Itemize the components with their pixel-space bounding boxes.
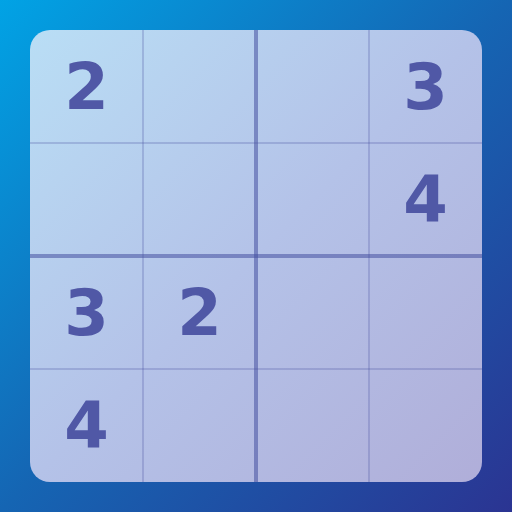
cell-r1c4: 3	[369, 30, 482, 143]
cell-r1c3[interactable]	[256, 30, 369, 143]
cell-r3c2: 2	[143, 256, 256, 369]
cell-r2c1[interactable]	[30, 143, 143, 256]
sudoku-board: 2 3 4 3 2 4	[30, 30, 482, 482]
cell-r2c3[interactable]	[256, 143, 369, 256]
cell-r2c2[interactable]	[143, 143, 256, 256]
cell-r1c2[interactable]	[143, 30, 256, 143]
cell-r2c4: 4	[369, 143, 482, 256]
cell-r3c3[interactable]	[256, 256, 369, 369]
cell-r4c1: 4	[30, 369, 143, 482]
cell-r1c1: 2	[30, 30, 143, 143]
cell-r4c3[interactable]	[256, 369, 369, 482]
cell-grid: 2 3 4 3 2 4	[30, 30, 482, 482]
app-background: 2 3 4 3 2 4	[0, 0, 512, 512]
cell-r4c2[interactable]	[143, 369, 256, 482]
cell-r3c4[interactable]	[369, 256, 482, 369]
cell-r3c1: 3	[30, 256, 143, 369]
cell-r4c4[interactable]	[369, 369, 482, 482]
